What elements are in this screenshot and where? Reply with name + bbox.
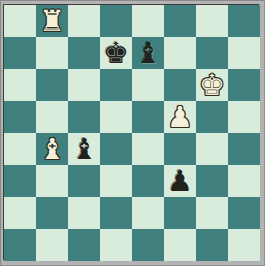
square-f6[interactable] [164,69,196,101]
black-king-d7[interactable]: ♚ [100,37,132,69]
square-b8[interactable]: ♜ [36,5,68,37]
square-a5[interactable] [4,101,36,133]
square-b7[interactable] [36,37,68,69]
square-e5[interactable] [132,101,164,133]
square-g7[interactable] [196,37,228,69]
square-e8[interactable] [132,5,164,37]
square-d5[interactable] [100,101,132,133]
square-g6[interactable]: ♚ [196,69,228,101]
square-b2[interactable] [36,197,68,229]
black-bishop-c4[interactable]: ♝ [68,133,100,165]
square-g5[interactable] [196,101,228,133]
square-e3[interactable] [132,165,164,197]
square-h5[interactable] [228,101,260,133]
square-e2[interactable] [132,197,164,229]
square-h4[interactable] [228,133,260,165]
square-b5[interactable] [36,101,68,133]
square-e1[interactable] [132,229,164,261]
square-c4[interactable]: ♝ [68,133,100,165]
black-bishop-e7[interactable]: ♝ [132,37,164,69]
white-pawn-f5[interactable]: ♟ [164,101,196,133]
square-g3[interactable] [196,165,228,197]
square-a7[interactable] [4,37,36,69]
white-king-g6[interactable]: ♚ [196,69,228,101]
square-f1[interactable] [164,229,196,261]
square-a8[interactable] [4,5,36,37]
square-b1[interactable] [36,229,68,261]
square-g4[interactable] [196,133,228,165]
chess-board[interactable]: ♜♚♝♚♟♝♝♟ [4,5,260,261]
square-b4[interactable]: ♝ [36,133,68,165]
square-d6[interactable] [100,69,132,101]
square-h1[interactable] [228,229,260,261]
square-c6[interactable] [68,69,100,101]
square-f2[interactable] [164,197,196,229]
square-e7[interactable]: ♝ [132,37,164,69]
square-f3[interactable]: ♟ [164,165,196,197]
square-h7[interactable] [228,37,260,69]
square-b6[interactable] [36,69,68,101]
square-c5[interactable] [68,101,100,133]
square-c2[interactable] [68,197,100,229]
square-f5[interactable]: ♟ [164,101,196,133]
square-d4[interactable] [100,133,132,165]
square-c1[interactable] [68,229,100,261]
square-g1[interactable] [196,229,228,261]
black-pawn-f3[interactable]: ♟ [164,165,196,197]
square-h2[interactable] [228,197,260,229]
square-a3[interactable] [4,165,36,197]
square-a1[interactable] [4,229,36,261]
square-g2[interactable] [196,197,228,229]
square-d7[interactable]: ♚ [100,37,132,69]
chess-board-frame: ♜♚♝♚♟♝♝♟ [0,0,265,266]
square-c3[interactable] [68,165,100,197]
square-f8[interactable] [164,5,196,37]
square-c7[interactable] [68,37,100,69]
square-f7[interactable] [164,37,196,69]
square-d2[interactable] [100,197,132,229]
square-a4[interactable] [4,133,36,165]
square-a2[interactable] [4,197,36,229]
square-d1[interactable] [100,229,132,261]
square-h8[interactable] [228,5,260,37]
white-bishop-b4[interactable]: ♝ [36,133,68,165]
square-e6[interactable] [132,69,164,101]
square-f4[interactable] [164,133,196,165]
square-a6[interactable] [4,69,36,101]
square-e4[interactable] [132,133,164,165]
square-b3[interactable] [36,165,68,197]
white-rook-b8[interactable]: ♜ [36,5,68,37]
square-h6[interactable] [228,69,260,101]
square-h3[interactable] [228,165,260,197]
square-g8[interactable] [196,5,228,37]
square-d3[interactable] [100,165,132,197]
square-c8[interactable] [68,5,100,37]
square-d8[interactable] [100,5,132,37]
